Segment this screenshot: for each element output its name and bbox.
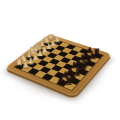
chess-piece-white-pawn[interactable]: ♟ [18, 62, 33, 70]
board-square[interactable]: ♜ [64, 82, 76, 90]
chess-set-photo: ♜♟♟♜♞♟♟♞♝♟♟♝♛♟♟♛♚♟♟♚♝♟♟♝♞♟♟♞♜♟♟♜ [0, 0, 120, 120]
chess-piece-black-rook[interactable]: ♜ [61, 77, 77, 87]
photo-background: { "game": "chess", "scene": "overhead-an… [0, 0, 120, 120]
